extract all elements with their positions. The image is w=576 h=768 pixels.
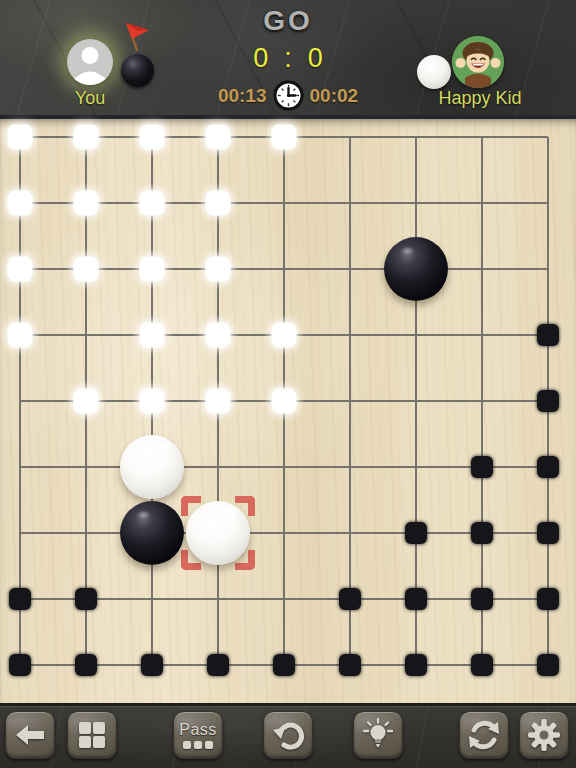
white-territory-marker [272,389,297,414]
app-title: GO [0,5,576,37]
apps-grid-button[interactable] [67,711,117,759]
white-territory-marker [140,389,165,414]
white-territory-marker [8,191,33,216]
white-territory-marker [74,125,99,150]
happy-kid-avatar-icon [452,36,504,88]
black-territory-marker [537,324,559,346]
white-territory-marker [206,257,231,282]
gear-icon [526,717,562,753]
pass-button[interactable]: Pass [173,711,223,759]
timer-left: 00:13 [218,85,267,107]
white-territory-marker [206,389,231,414]
white-territory-marker [272,323,297,348]
restart-button[interactable] [459,711,509,759]
black-territory-marker [207,654,229,676]
apps-grid-icon [75,718,109,752]
score-left: 0 [253,43,268,74]
header: GO 0 : 0 00:13 00:0 [0,0,576,115]
timer-right: 00:02 [310,85,359,107]
back-button[interactable] [5,711,55,759]
white-territory-marker [206,323,231,348]
black-stone [384,237,448,301]
flag-icon [120,21,152,53]
black-territory-marker [339,654,361,676]
black-territory-marker [9,654,31,676]
white-territory-marker [140,191,165,216]
black-territory-marker [405,588,427,610]
black-territory-marker [537,456,559,478]
white-territory-marker [206,125,231,150]
white-territory-marker [74,191,99,216]
black-territory-marker [471,588,493,610]
undo-arrow-icon [270,717,306,753]
opponent-white-stone-icon [417,55,451,89]
person-silhouette-icon [67,39,113,85]
pass-dots [183,741,213,749]
white-territory-marker [272,125,297,150]
black-territory-marker [471,654,493,676]
settings-button[interactable] [519,711,569,759]
white-territory-marker [8,257,33,282]
white-territory-marker [8,125,33,150]
black-territory-marker [273,654,295,676]
clock-icon [273,80,304,111]
player-name: You [50,88,130,109]
black-territory-marker [537,522,559,544]
score-separator: : [284,43,292,74]
white-territory-marker [140,125,165,150]
black-territory-marker [75,588,97,610]
pass-button-label: Pass [179,721,217,738]
refresh-icon [466,717,502,753]
white-stone [120,435,184,499]
bottom-toolbar: Pass [0,703,576,768]
white-stone [186,501,250,565]
black-territory-marker [141,654,163,676]
black-territory-marker [75,654,97,676]
white-territory-marker [206,191,231,216]
white-territory-marker [74,257,99,282]
black-territory-marker [471,522,493,544]
black-territory-marker [537,390,559,412]
player-black-stone-icon [121,54,154,87]
black-territory-marker [339,588,361,610]
score-right: 0 [308,43,323,74]
white-territory-marker [140,257,165,282]
black-territory-marker [471,456,493,478]
opponent-name: Happy Kid [415,88,545,109]
black-territory-marker [9,588,31,610]
go-game-screen: GO 0 : 0 00:13 00:0 [0,0,576,768]
hint-button[interactable] [353,711,403,759]
black-stone [120,501,184,565]
white-territory-marker [140,323,165,348]
black-territory-marker [405,654,427,676]
white-territory-marker [8,323,33,348]
undo-button[interactable] [263,711,313,759]
white-territory-marker [74,389,99,414]
back-arrow-icon [12,717,48,753]
black-territory-marker [537,588,559,610]
player-avatar [67,39,113,85]
lightbulb-icon [360,717,396,753]
black-territory-marker [405,522,427,544]
go-board[interactable] [0,115,576,703]
opponent-avatar [452,36,504,88]
black-territory-marker [537,654,559,676]
